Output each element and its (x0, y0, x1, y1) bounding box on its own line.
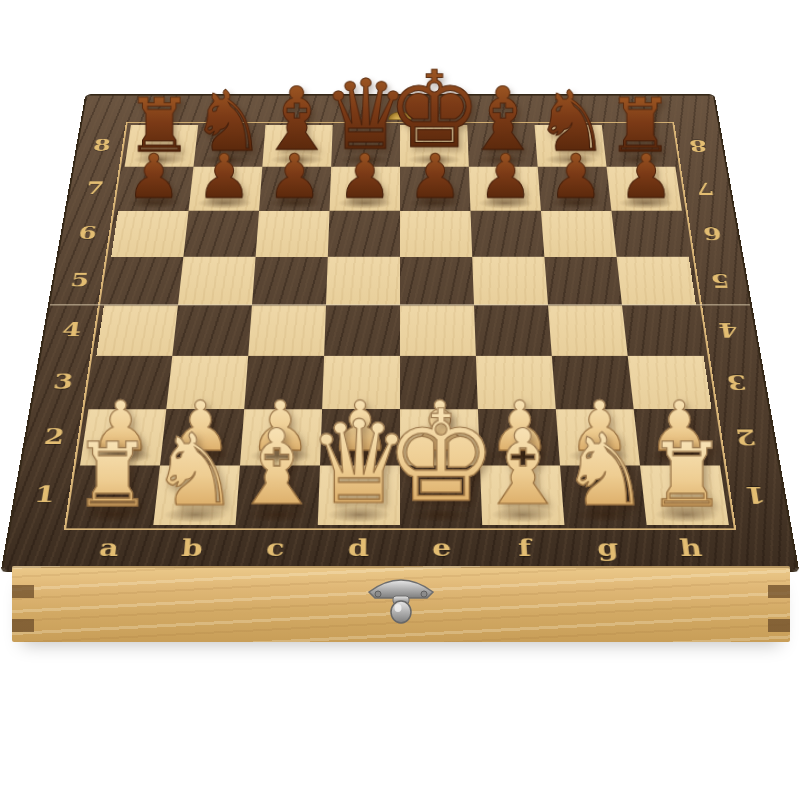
file-label-f: f (504, 537, 546, 560)
square-d7[interactable]: ♟ (330, 167, 400, 211)
square-b7[interactable]: ♟ (189, 167, 263, 211)
square-c6[interactable] (256, 211, 330, 257)
piece-black-pawn[interactable]: ♟ (478, 146, 533, 207)
square-f1[interactable]: ♝ (480, 466, 564, 525)
square-b1[interactable]: ♞ (153, 466, 240, 525)
square-f7[interactable]: ♟ (469, 167, 541, 211)
square-h6[interactable] (611, 211, 688, 257)
rank-label-right-3: 3 (716, 372, 757, 391)
board-frame: ♜♞♝♛♚♝♞♜♟♟♟♟♟♟♟♟♟♟♟♟♟♟♟♟♜♞♝♛♚♝♞♜ abcdefg… (3, 96, 797, 571)
piece-black-pawn[interactable]: ♟ (408, 146, 463, 207)
rank-label-right-8: 8 (680, 138, 716, 153)
piece-white-rook[interactable]: ♜ (73, 431, 153, 520)
rank-label-right-1: 1 (734, 484, 777, 506)
square-b5[interactable] (178, 257, 256, 305)
square-g6[interactable] (541, 211, 617, 257)
square-h1[interactable]: ♜ (640, 466, 729, 525)
piece-white-bishop[interactable]: ♝ (476, 416, 569, 520)
rank-label-left-2: 2 (33, 426, 75, 447)
piece-black-pawn[interactable]: ♟ (127, 146, 182, 207)
square-a5[interactable] (104, 257, 183, 305)
square-f5[interactable] (472, 257, 548, 305)
square-g7[interactable]: ♟ (538, 167, 612, 211)
square-e7[interactable]: ♟ (400, 167, 470, 211)
piece-black-pawn[interactable]: ♟ (338, 146, 393, 207)
square-g5[interactable] (544, 257, 622, 305)
chess-set-photo: ♜♞♝♛♚♝♞♜♟♟♟♟♟♟♟♟♟♟♟♟♟♟♟♟♜♞♝♛♚♝♞♜ abcdefg… (0, 0, 800, 800)
metal-latch-icon (363, 574, 439, 626)
square-a6[interactable] (111, 211, 188, 257)
square-d6[interactable] (328, 211, 400, 257)
finger-joint-right (768, 574, 790, 634)
square-b4[interactable] (172, 305, 252, 356)
rank-label-left-8: 8 (84, 138, 120, 153)
piece-white-rook[interactable]: ♜ (647, 431, 727, 520)
file-label-c: c (254, 537, 296, 560)
square-b6[interactable] (183, 211, 259, 257)
square-a1[interactable]: ♜ (71, 466, 160, 525)
rank-label-right-7: 7 (687, 180, 723, 196)
rank-label-left-6: 6 (69, 225, 106, 242)
square-f6[interactable] (470, 211, 544, 257)
square-e6[interactable] (400, 211, 472, 257)
square-e1[interactable]: ♚ (400, 466, 482, 525)
square-h5[interactable] (617, 257, 696, 305)
piece-black-pawn[interactable]: ♟ (549, 146, 604, 207)
box-front-panel (12, 566, 790, 642)
chess-board: ♜♞♝♛♚♝♞♜♟♟♟♟♟♟♟♟♟♟♟♟♟♟♟♟♜♞♝♛♚♝♞♜ abcdefg… (3, 96, 797, 571)
square-g1[interactable]: ♞ (560, 466, 647, 525)
squares-grid: ♜♞♝♛♚♝♞♜♟♟♟♟♟♟♟♟♟♟♟♟♟♟♟♟♜♞♝♛♚♝♞♜ (71, 125, 729, 525)
rank-label-left-3: 3 (43, 372, 84, 391)
square-h7[interactable]: ♟ (607, 167, 682, 211)
rank-label-left-4: 4 (52, 321, 91, 340)
rank-label-right-6: 6 (694, 225, 731, 242)
file-label-g: g (587, 537, 630, 560)
piece-black-pawn[interactable]: ♟ (197, 146, 252, 207)
piece-white-knight[interactable]: ♞ (560, 420, 649, 520)
rank-label-right-2: 2 (725, 426, 767, 447)
finger-joint-left (12, 574, 34, 634)
playing-area: ♜♞♝♛♚♝♞♜♟♟♟♟♟♟♟♟♟♟♟♟♟♟♟♟♜♞♝♛♚♝♞♜ (64, 122, 737, 530)
square-e5[interactable] (400, 257, 474, 305)
square-c5[interactable] (252, 257, 328, 305)
file-label-d: d (338, 537, 379, 560)
piece-black-pawn[interactable]: ♟ (267, 146, 322, 207)
rank-label-right-4: 4 (708, 321, 747, 340)
rank-label-right-5: 5 (701, 271, 739, 289)
square-f4[interactable] (474, 305, 552, 356)
square-c4[interactable] (248, 305, 326, 356)
square-d4[interactable] (324, 305, 400, 356)
rank-label-left-7: 7 (77, 180, 113, 196)
rank-label-left-5: 5 (61, 271, 99, 289)
square-c7[interactable]: ♟ (259, 167, 331, 211)
file-label-b: b (171, 537, 214, 560)
rank-label-left-1: 1 (23, 484, 66, 506)
file-label-h: h (669, 537, 712, 560)
square-h4[interactable] (622, 305, 704, 356)
square-e4[interactable] (400, 305, 476, 356)
piece-black-pawn[interactable]: ♟ (619, 146, 674, 207)
square-a4[interactable] (96, 305, 178, 356)
square-a7[interactable]: ♟ (118, 167, 193, 211)
file-label-e: e (421, 537, 462, 560)
file-label-a: a (87, 537, 130, 560)
square-g4[interactable] (548, 305, 628, 356)
square-d5[interactable] (326, 257, 400, 305)
piece-white-knight[interactable]: ♞ (150, 420, 239, 520)
